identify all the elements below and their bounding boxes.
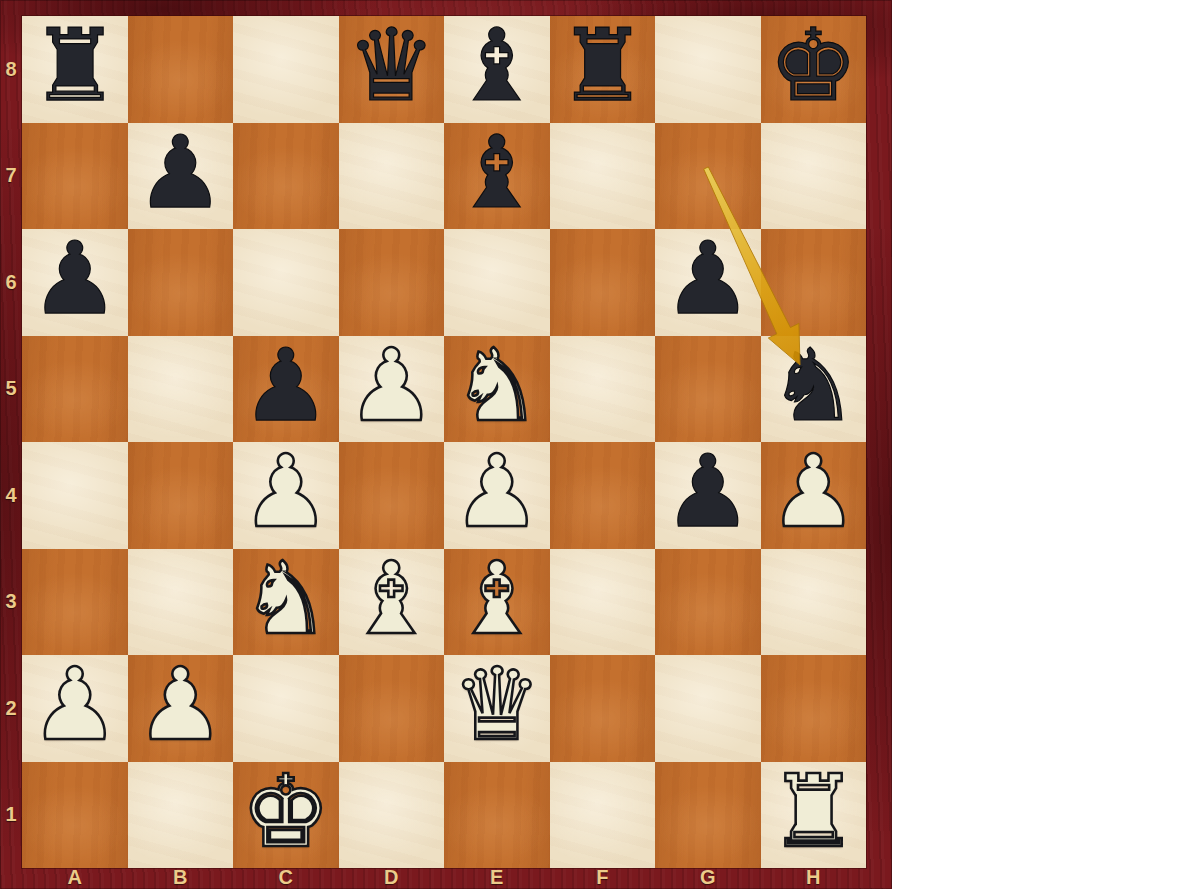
square-e2[interactable]: ♛ [444,655,550,762]
square-h4[interactable]: ♟ [761,442,867,549]
square-e5[interactable]: ♞ [444,336,550,443]
chess-board[interactable]: ♜♛♝♜♚♟♝♟♟♟♟♞♞♟♟♟♟♞♝♝♟♟♛♚♜ [22,16,866,868]
square-f7[interactable] [550,123,656,230]
square-e6[interactable] [444,229,550,336]
square-a3[interactable] [22,549,128,656]
white-knight-c3[interactable]: ♞ [233,546,339,653]
square-b2[interactable]: ♟ [128,655,234,762]
white-pawn-d5[interactable]: ♟ [339,333,445,440]
black-pawn-g4[interactable]: ♟ [655,439,761,546]
square-a1[interactable] [22,762,128,869]
white-pawn-e4[interactable]: ♟ [444,439,550,546]
black-rook-a8[interactable]: ♜ [22,13,128,120]
square-e8[interactable]: ♝ [444,16,550,123]
square-f3[interactable] [550,549,656,656]
square-g5[interactable] [655,336,761,443]
file-label-g: G [655,866,761,889]
square-d1[interactable] [339,762,445,869]
square-h3[interactable] [761,549,867,656]
board-frame: 87654321 ABCDEFGH ♜♛♝♜♚♟♝♟♟♟♟♞♞♟♟♟♟♞♝♝♟♟… [0,0,892,889]
file-label-a: A [22,866,128,889]
black-rook-f8[interactable]: ♜ [550,13,656,120]
square-d8[interactable]: ♛ [339,16,445,123]
rank-label-3: 3 [0,549,22,656]
white-knight-e5[interactable]: ♞ [444,333,550,440]
square-d3[interactable]: ♝ [339,549,445,656]
square-d4[interactable] [339,442,445,549]
white-queen-e2[interactable]: ♛ [444,652,550,759]
white-pawn-b2[interactable]: ♟ [128,652,234,759]
black-queen-d8[interactable]: ♛ [339,13,445,120]
square-c4[interactable]: ♟ [233,442,339,549]
square-g6[interactable]: ♟ [655,229,761,336]
black-knight-h5[interactable]: ♞ [761,333,867,440]
square-h7[interactable] [761,123,867,230]
square-c6[interactable] [233,229,339,336]
square-c5[interactable]: ♟ [233,336,339,443]
square-h5[interactable]: ♞ [761,336,867,443]
white-pawn-h4[interactable]: ♟ [761,439,867,546]
square-c1[interactable]: ♚ [233,762,339,869]
square-g3[interactable] [655,549,761,656]
white-bishop-d3[interactable]: ♝ [339,546,445,653]
black-king-h8[interactable]: ♚ [761,13,867,120]
square-f8[interactable]: ♜ [550,16,656,123]
square-h6[interactable] [761,229,867,336]
white-rook-h1[interactable]: ♜ [761,759,867,866]
black-pawn-b7[interactable]: ♟ [128,120,234,227]
square-b5[interactable] [128,336,234,443]
white-king-c1[interactable]: ♚ [233,759,339,866]
rank-label-6: 6 [0,229,22,336]
square-c7[interactable] [233,123,339,230]
square-b1[interactable] [128,762,234,869]
file-label-f: F [550,866,656,889]
square-h8[interactable]: ♚ [761,16,867,123]
black-pawn-c5[interactable]: ♟ [233,333,339,440]
square-e3[interactable]: ♝ [444,549,550,656]
square-a6[interactable]: ♟ [22,229,128,336]
white-pawn-a2[interactable]: ♟ [22,652,128,759]
square-d5[interactable]: ♟ [339,336,445,443]
square-g2[interactable] [655,655,761,762]
rank-label-8: 8 [0,16,22,123]
square-f6[interactable] [550,229,656,336]
white-pawn-c4[interactable]: ♟ [233,439,339,546]
square-a5[interactable] [22,336,128,443]
square-c2[interactable] [233,655,339,762]
square-d7[interactable] [339,123,445,230]
square-g1[interactable] [655,762,761,869]
square-c8[interactable] [233,16,339,123]
square-a7[interactable] [22,123,128,230]
chess-diagram: 87654321 ABCDEFGH ♜♛♝♜♚♟♝♟♟♟♟♞♞♟♟♟♟♞♝♝♟♟… [0,0,1200,889]
square-e7[interactable]: ♝ [444,123,550,230]
square-g8[interactable] [655,16,761,123]
rank-label-7: 7 [0,123,22,230]
square-f4[interactable] [550,442,656,549]
black-pawn-g6[interactable]: ♟ [655,226,761,333]
black-pawn-a6[interactable]: ♟ [22,226,128,333]
file-label-b: B [128,866,234,889]
square-b7[interactable]: ♟ [128,123,234,230]
square-e4[interactable]: ♟ [444,442,550,549]
white-bishop-e3[interactable]: ♝ [444,546,550,653]
black-bishop-e8[interactable]: ♝ [444,13,550,120]
square-a4[interactable] [22,442,128,549]
square-e1[interactable] [444,762,550,869]
rank-label-4: 4 [0,442,22,549]
square-a2[interactable]: ♟ [22,655,128,762]
square-f5[interactable] [550,336,656,443]
square-c3[interactable]: ♞ [233,549,339,656]
square-b8[interactable] [128,16,234,123]
rank-label-5: 5 [0,336,22,443]
rank-label-1: 1 [0,762,22,869]
square-g7[interactable] [655,123,761,230]
file-label-e: E [444,866,550,889]
rank-label-2: 2 [0,655,22,762]
square-h1[interactable]: ♜ [761,762,867,869]
file-label-d: D [339,866,445,889]
square-d2[interactable] [339,655,445,762]
square-b3[interactable] [128,549,234,656]
square-b4[interactable] [128,442,234,549]
square-f2[interactable] [550,655,656,762]
square-g4[interactable]: ♟ [655,442,761,549]
square-d6[interactable] [339,229,445,336]
square-b6[interactable] [128,229,234,336]
square-a8[interactable]: ♜ [22,16,128,123]
square-h2[interactable] [761,655,867,762]
square-f1[interactable] [550,762,656,869]
black-bishop-e7[interactable]: ♝ [444,120,550,227]
